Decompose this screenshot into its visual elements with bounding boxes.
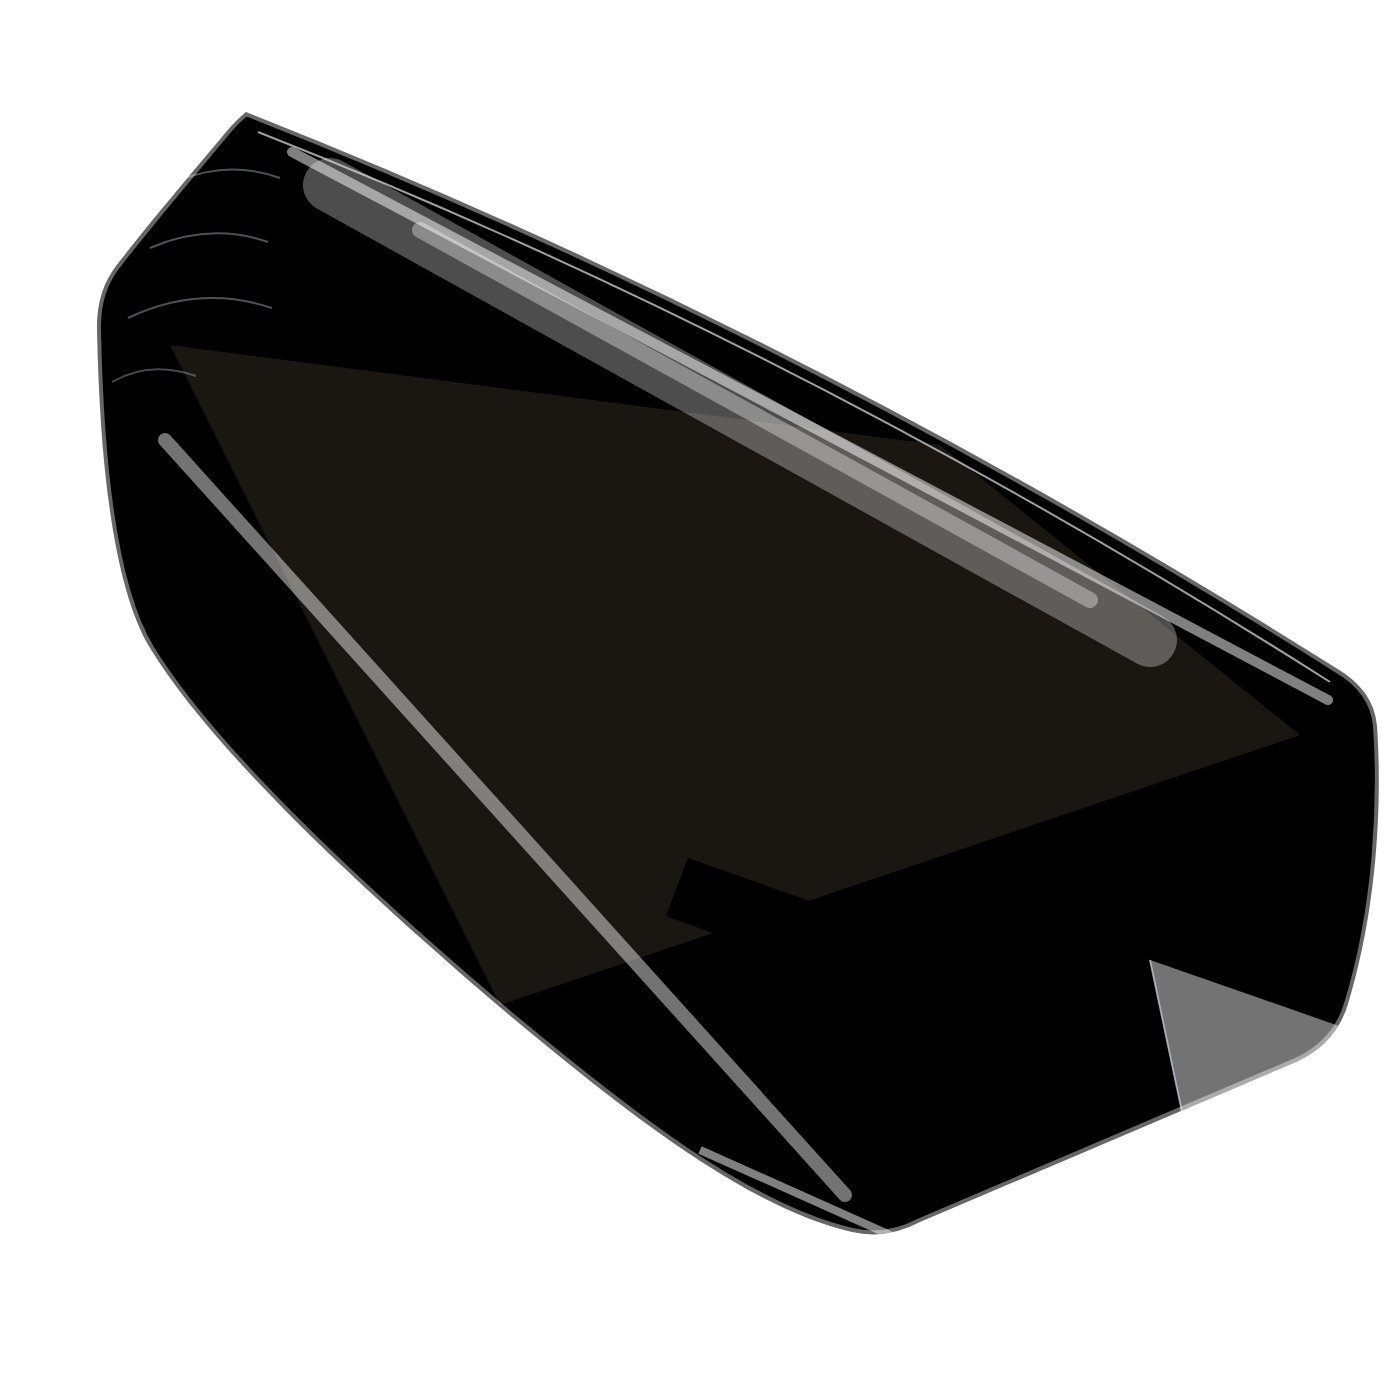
glare-streak xyxy=(640,150,900,300)
photo-stage xyxy=(0,0,1400,1400)
clothespins-package-photo xyxy=(0,0,1400,1400)
